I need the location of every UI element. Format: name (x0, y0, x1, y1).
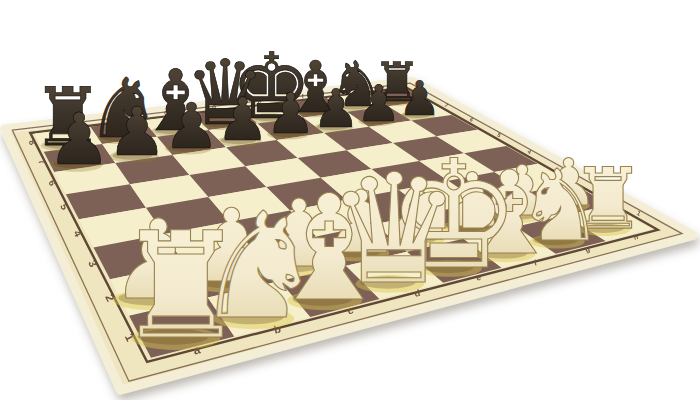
piece-glyph: ♟ (357, 74, 402, 133)
piece-black-pawn-d7[interactable]: ♟ (216, 85, 269, 154)
chessboard: aabbccddeeffgghh8877665544332211♜♞♝♟♚♟♛♟… (0, 0, 700, 400)
piece-glyph: ♟ (265, 81, 315, 146)
piece-white-rook-a1[interactable]: ♜ (115, 200, 247, 372)
piece-black-pawn-e7[interactable]: ♟ (265, 81, 315, 146)
piece-glyph: ♜ (115, 200, 247, 372)
chessboard-photo: aabbccddeeffgghh8877665544332211♜♞♝♟♚♟♛♟… (0, 0, 700, 400)
piece-black-pawn-h7[interactable]: ♟ (398, 71, 441, 126)
piece-black-pawn-a7[interactable]: ♟ (47, 98, 111, 181)
piece-glyph: ♟ (47, 98, 111, 181)
piece-black-pawn-c7[interactable]: ♟ (163, 90, 219, 163)
piece-black-pawn-b7[interactable]: ♟ (107, 93, 167, 171)
piece-glyph: ♟ (163, 90, 219, 163)
piece-black-pawn-g7[interactable]: ♟ (357, 74, 402, 133)
piece-glyph: ♟ (216, 85, 269, 154)
piece-glyph: ♟ (312, 78, 360, 139)
piece-glyph: ♟ (107, 93, 167, 171)
piece-glyph: ♟ (398, 71, 441, 126)
piece-black-pawn-f7[interactable]: ♟ (312, 78, 360, 139)
